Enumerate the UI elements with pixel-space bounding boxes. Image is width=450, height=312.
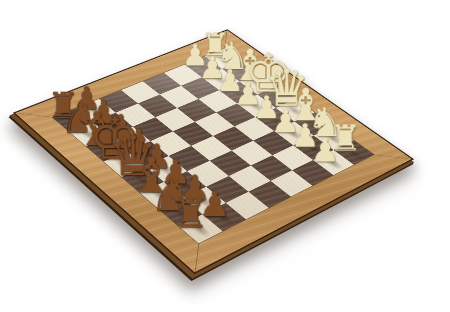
frame-miter-seam — [195, 243, 200, 272]
chess-board-frame: ♜♞♝♚♛♝♞♜♟♟♟♟♟♟♟♟♟♟♟♟♟♟♟♟♜♞♝♚♛♝♞♜ — [13, 29, 414, 274]
black-rook-glyph: ♜ — [126, 195, 256, 234]
white-pawn-glyph: ♟ — [265, 134, 385, 167]
pieces-layer: ♜♞♝♚♛♝♞♜♟♟♟♟♟♟♟♟♟♟♟♟♟♟♟♟♜♞♝♚♛♝♞♜ — [53, 49, 374, 244]
piece-black-rook: ♜ — [179, 214, 223, 243]
piece-white-pawn: ♟ — [313, 150, 354, 175]
product-photo: ♜♞♝♚♛♝♞♜♟♟♟♟♟♟♟♟♟♟♟♟♟♟♟♟♜♞♝♚♛♝♞♜ — [0, 0, 450, 312]
